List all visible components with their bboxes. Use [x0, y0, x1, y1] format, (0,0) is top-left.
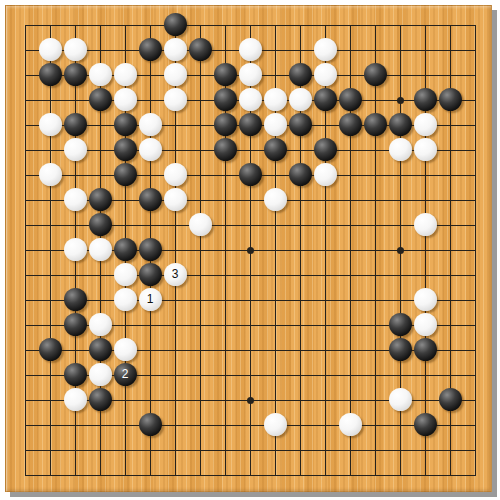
stone-white[interactable]	[414, 288, 437, 311]
star-point	[397, 97, 404, 104]
stone-white[interactable]	[314, 38, 337, 61]
stone-white[interactable]	[64, 388, 87, 411]
stone-white[interactable]	[64, 188, 87, 211]
stone-black[interactable]	[414, 413, 437, 436]
stone-white[interactable]	[389, 138, 412, 161]
stone-white[interactable]	[239, 63, 262, 86]
stone-white[interactable]	[114, 288, 137, 311]
stone-black[interactable]	[114, 238, 137, 261]
stone-white[interactable]	[39, 38, 62, 61]
stone-black[interactable]	[314, 138, 337, 161]
star-point	[247, 397, 254, 404]
stone-black[interactable]	[164, 13, 187, 36]
stone-black[interactable]	[364, 113, 387, 136]
stone-black[interactable]	[189, 38, 212, 61]
stone-white[interactable]	[414, 138, 437, 161]
stone-black[interactable]	[214, 138, 237, 161]
stone-white[interactable]	[414, 213, 437, 236]
stone-white[interactable]	[139, 138, 162, 161]
stone-black[interactable]	[89, 388, 112, 411]
stone-black[interactable]	[139, 413, 162, 436]
stone-black[interactable]	[64, 113, 87, 136]
stone-white[interactable]	[164, 163, 187, 186]
stone-black[interactable]	[289, 63, 312, 86]
stone-white[interactable]	[114, 263, 137, 286]
stone-white[interactable]	[114, 63, 137, 86]
stone-white[interactable]	[314, 63, 337, 86]
grid-line-vertical	[475, 25, 476, 476]
move-number-label: 2	[122, 368, 129, 380]
stone-white[interactable]	[139, 113, 162, 136]
stone-white[interactable]	[164, 63, 187, 86]
stone-white[interactable]	[114, 88, 137, 111]
stone-white[interactable]	[264, 413, 287, 436]
stone-black[interactable]	[89, 213, 112, 236]
stone-white[interactable]: 3	[164, 263, 187, 286]
grid-line-horizontal	[25, 300, 476, 301]
stone-black[interactable]	[439, 88, 462, 111]
stone-black[interactable]	[64, 288, 87, 311]
stone-black[interactable]	[114, 163, 137, 186]
go-board[interactable]: 312	[0, 0, 500, 500]
stone-black[interactable]	[39, 63, 62, 86]
move-number-label: 1	[147, 293, 154, 305]
stone-white[interactable]: 1	[139, 288, 162, 311]
stone-white[interactable]	[39, 163, 62, 186]
grid-line-horizontal	[25, 425, 476, 426]
stone-black[interactable]	[339, 113, 362, 136]
stone-black[interactable]	[114, 113, 137, 136]
grid-line-horizontal	[25, 475, 476, 476]
stone-white[interactable]	[39, 113, 62, 136]
stone-black[interactable]	[239, 163, 262, 186]
stone-black[interactable]	[89, 188, 112, 211]
stone-black[interactable]	[39, 338, 62, 361]
stone-black[interactable]	[214, 88, 237, 111]
stone-black[interactable]	[414, 338, 437, 361]
stone-black[interactable]	[239, 113, 262, 136]
stone-black[interactable]	[439, 388, 462, 411]
stone-black[interactable]	[414, 88, 437, 111]
stone-black[interactable]	[64, 313, 87, 336]
stone-black[interactable]	[289, 163, 312, 186]
stone-white[interactable]	[339, 413, 362, 436]
stone-white[interactable]	[89, 238, 112, 261]
stone-white[interactable]	[164, 38, 187, 61]
stone-black[interactable]	[339, 88, 362, 111]
stone-black[interactable]: 2	[114, 363, 137, 386]
stone-black[interactable]	[314, 88, 337, 111]
grid-line-horizontal	[25, 275, 476, 276]
go-diagram-page: 312	[0, 0, 500, 500]
stone-white[interactable]	[314, 163, 337, 186]
stone-white[interactable]	[89, 363, 112, 386]
stone-white[interactable]	[264, 88, 287, 111]
stone-black[interactable]	[114, 138, 137, 161]
stone-white[interactable]	[414, 313, 437, 336]
move-number-label: 3	[172, 268, 179, 280]
stone-black[interactable]	[389, 313, 412, 336]
stone-white[interactable]	[164, 188, 187, 211]
grid-line-vertical	[375, 25, 376, 476]
stone-white[interactable]	[89, 63, 112, 86]
stone-black[interactable]	[389, 338, 412, 361]
stone-white[interactable]	[239, 88, 262, 111]
stone-white[interactable]	[264, 188, 287, 211]
stone-black[interactable]	[64, 363, 87, 386]
stone-white[interactable]	[164, 88, 187, 111]
stone-white[interactable]	[64, 238, 87, 261]
stone-white[interactable]	[89, 313, 112, 336]
stone-white[interactable]	[189, 213, 212, 236]
stone-white[interactable]	[64, 38, 87, 61]
stone-black[interactable]	[64, 63, 87, 86]
stone-white[interactable]	[414, 113, 437, 136]
stone-white[interactable]	[389, 388, 412, 411]
star-point	[247, 247, 254, 254]
stone-black[interactable]	[289, 113, 312, 136]
stone-black[interactable]	[89, 88, 112, 111]
stone-white[interactable]	[264, 113, 287, 136]
stone-white[interactable]	[239, 38, 262, 61]
stone-black[interactable]	[139, 238, 162, 261]
stone-black[interactable]	[364, 63, 387, 86]
star-point	[397, 247, 404, 254]
stone-black[interactable]	[139, 188, 162, 211]
grid-line-horizontal	[25, 450, 476, 451]
stone-black[interactable]	[214, 63, 237, 86]
stone-black[interactable]	[139, 263, 162, 286]
stone-white[interactable]	[64, 138, 87, 161]
stone-white[interactable]	[114, 338, 137, 361]
stone-black[interactable]	[214, 113, 237, 136]
stone-white[interactable]	[289, 88, 312, 111]
stone-black[interactable]	[389, 113, 412, 136]
stone-black[interactable]	[139, 38, 162, 61]
stone-black[interactable]	[89, 338, 112, 361]
stone-black[interactable]	[264, 138, 287, 161]
